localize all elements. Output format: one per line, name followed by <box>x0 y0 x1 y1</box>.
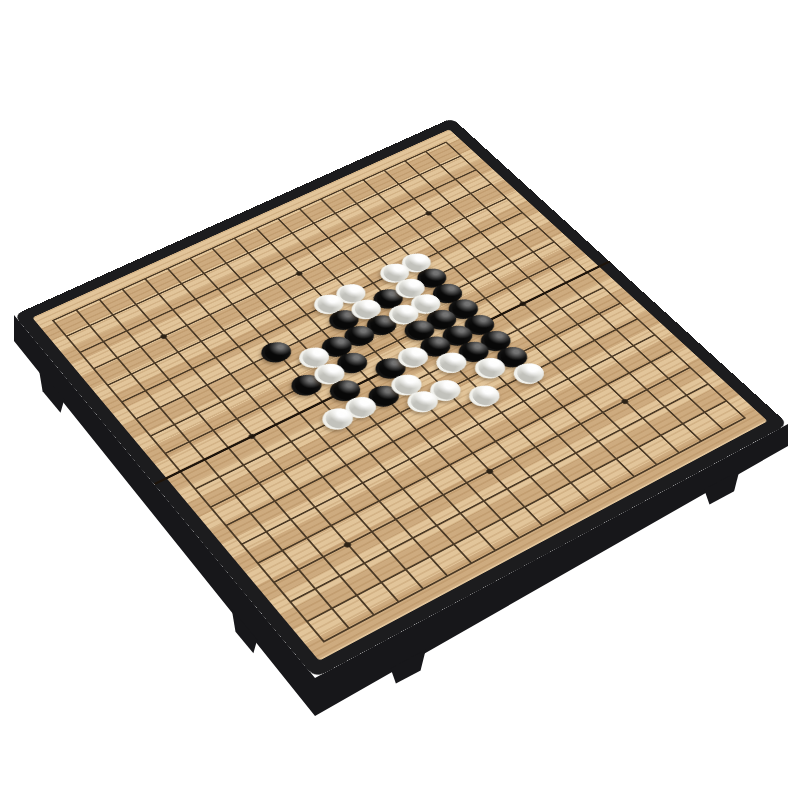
product-photo-scene: ●●●●●●●●●●●●●●●●●●●●●●●●●●●●●●●●●●●●●●●●… <box>0 0 800 800</box>
